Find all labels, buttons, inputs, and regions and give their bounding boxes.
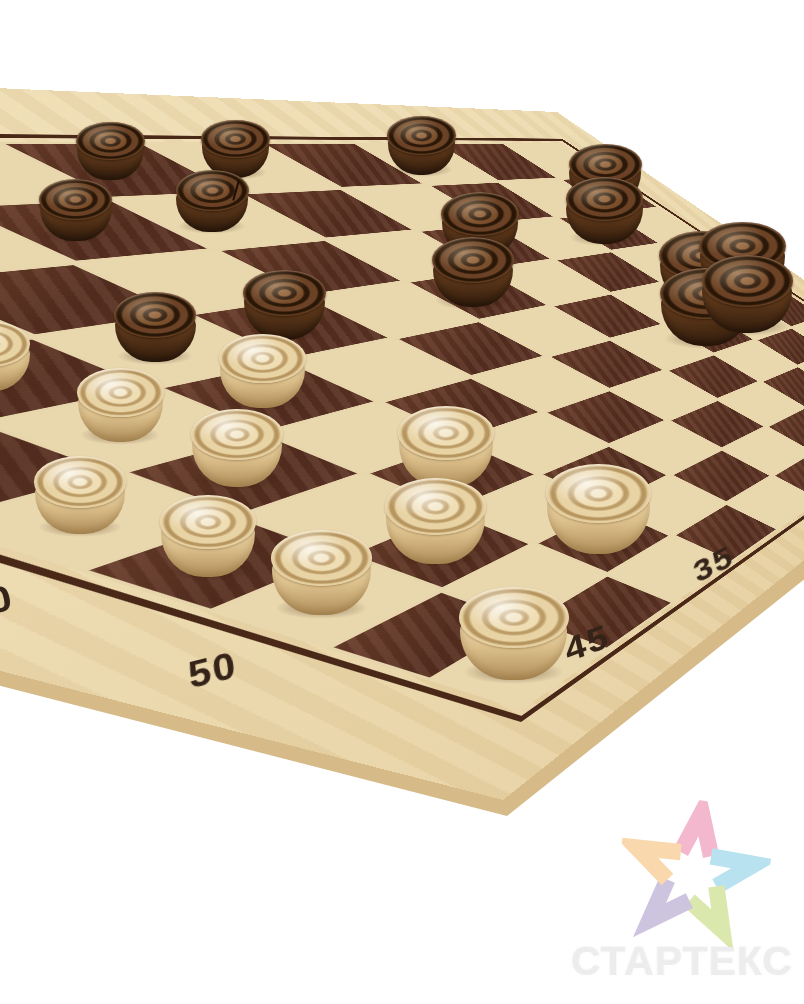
- piece-top-rings: [191, 409, 283, 460]
- light-piece[interactable]: [160, 495, 256, 577]
- dark-piece[interactable]: [387, 116, 456, 174]
- piece-top-rings: [76, 122, 145, 160]
- light-piece[interactable]: [0, 321, 30, 391]
- dark-piece[interactable]: [243, 270, 325, 340]
- light-piece[interactable]: [271, 530, 372, 616]
- piece-top-rings: [385, 478, 486, 535]
- piece-top-rings: [566, 177, 644, 221]
- piece-top-rings: [387, 116, 456, 154]
- piece-top-rings: [441, 192, 519, 236]
- piece-top-rings: [459, 587, 569, 649]
- dark-piece[interactable]: [176, 170, 249, 232]
- star-icon: [608, 790, 777, 959]
- dark-piece[interactable]: [566, 177, 644, 243]
- piece-top-rings: [201, 120, 270, 158]
- piece-top-rings: [432, 237, 514, 283]
- dark-piece[interactable]: [432, 237, 514, 307]
- piece-top-rings: [160, 495, 256, 549]
- light-piece[interactable]: [385, 478, 486, 564]
- dark-piece[interactable]: [702, 255, 794, 333]
- light-piece[interactable]: [219, 334, 306, 408]
- piece-top-rings: [34, 456, 126, 507]
- product-photo-stage: 50 45 35 40 СТАРТЕКС: [0, 0, 804, 1004]
- light-piece[interactable]: [191, 409, 283, 487]
- piece-top-rings: [271, 530, 372, 587]
- brand-watermark-text: СТАРТЕКС: [566, 938, 798, 985]
- piece-top-rings: [176, 170, 249, 211]
- light-piece[interactable]: [34, 456, 126, 534]
- light-piece[interactable]: [398, 406, 494, 488]
- piece-top-rings: [219, 334, 306, 383]
- dark-piece[interactable]: [114, 292, 196, 362]
- light-piece[interactable]: [77, 368, 164, 442]
- piece-top-rings: [77, 368, 164, 417]
- brand-watermark: СТАРТЕКС: [560, 796, 800, 996]
- light-piece[interactable]: [546, 464, 651, 554]
- piece-top-rings: [243, 270, 325, 316]
- piece-top-rings: [39, 179, 112, 220]
- dark-piece[interactable]: [76, 122, 145, 180]
- piece-top-rings: [702, 255, 794, 306]
- light-piece[interactable]: [459, 587, 569, 681]
- piece-top-rings: [398, 406, 494, 460]
- dark-piece[interactable]: [39, 179, 112, 241]
